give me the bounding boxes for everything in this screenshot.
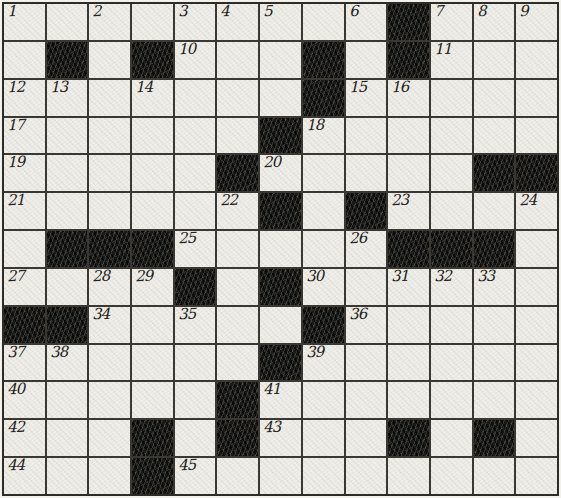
- grid-cell[interactable]: 18: [303, 118, 344, 154]
- grid-cell[interactable]: [346, 458, 387, 494]
- clue-number: 7: [434, 3, 443, 21]
- grid-cell[interactable]: [132, 382, 173, 418]
- grid-cell[interactable]: [388, 382, 429, 418]
- clue-number: 18: [306, 116, 324, 134]
- grid-cell[interactable]: 10: [175, 42, 216, 78]
- grid-cell[interactable]: [217, 231, 258, 267]
- grid-cell[interactable]: [431, 458, 472, 494]
- grid-cell[interactable]: [89, 155, 130, 191]
- black-cell: [260, 193, 301, 229]
- grid-cell[interactable]: [431, 193, 472, 229]
- grid-cell[interactable]: [346, 42, 387, 78]
- grid-cell[interactable]: 16: [388, 80, 429, 116]
- grid-cell[interactable]: 3: [175, 4, 216, 40]
- clue-number: 11: [434, 41, 452, 59]
- grid-cell[interactable]: [132, 193, 173, 229]
- grid-cell[interactable]: 43: [260, 420, 301, 456]
- grid-cell[interactable]: 24: [516, 193, 557, 229]
- grid-cell[interactable]: 42: [4, 420, 45, 456]
- clue-number: 38: [49, 343, 67, 361]
- grid-cell[interactable]: 40: [4, 382, 45, 418]
- black-cell: [89, 231, 130, 267]
- clue-number: 39: [306, 343, 324, 361]
- grid-cell[interactable]: 25: [175, 231, 216, 267]
- grid-cell[interactable]: 12: [4, 80, 45, 116]
- clue-number: 22: [220, 192, 238, 210]
- grid-cell[interactable]: [303, 193, 344, 229]
- grid-cell[interactable]: [4, 42, 45, 78]
- grid-cell[interactable]: [175, 80, 216, 116]
- grid-cell[interactable]: [474, 80, 515, 116]
- clue-number: 21: [7, 192, 25, 210]
- grid-cell[interactable]: 34: [89, 307, 130, 343]
- grid-cell[interactable]: [217, 345, 258, 381]
- black-cell: [4, 307, 45, 343]
- black-cell: [217, 420, 258, 456]
- grid-cell[interactable]: 4: [217, 4, 258, 40]
- black-cell: [346, 193, 387, 229]
- grid-cell[interactable]: 27: [4, 269, 45, 305]
- grid-cell[interactable]: 28: [89, 269, 130, 305]
- clue-number: 5: [263, 3, 272, 21]
- grid-cell[interactable]: 13: [47, 80, 88, 116]
- black-cell: [47, 231, 88, 267]
- grid-cell[interactable]: [303, 420, 344, 456]
- clue-number: 33: [476, 268, 494, 286]
- grid-cell[interactable]: [388, 345, 429, 381]
- grid-cell[interactable]: [516, 269, 557, 305]
- grid-cell[interactable]: [516, 420, 557, 456]
- clue-number: 37: [7, 343, 25, 361]
- grid-cell[interactable]: [89, 80, 130, 116]
- clue-number: 8: [476, 3, 485, 21]
- clue-number: 35: [177, 305, 195, 323]
- grid-cell[interactable]: [431, 345, 472, 381]
- grid-cell[interactable]: 2: [89, 4, 130, 40]
- grid-cell[interactable]: [132, 118, 173, 154]
- grid-cell[interactable]: 6: [346, 4, 387, 40]
- grid-cell[interactable]: [89, 42, 130, 78]
- black-cell: [132, 231, 173, 267]
- grid-cell[interactable]: [431, 382, 472, 418]
- grid-cell[interactable]: [346, 118, 387, 154]
- grid-cell[interactable]: [346, 155, 387, 191]
- clue-number: 27: [7, 268, 25, 286]
- clue-number: 43: [263, 419, 281, 437]
- grid-cell[interactable]: [346, 345, 387, 381]
- grid-cell[interactable]: 23: [388, 193, 429, 229]
- black-cell: [217, 155, 258, 191]
- grid-cell[interactable]: [175, 382, 216, 418]
- grid-cell[interactable]: [474, 118, 515, 154]
- grid-cell[interactable]: [132, 4, 173, 40]
- grid-cell[interactable]: 11: [431, 42, 472, 78]
- black-cell: [260, 118, 301, 154]
- grid-cell[interactable]: [388, 155, 429, 191]
- scanned-paper: 1234567891011121314151617181920212223242…: [0, 0, 561, 498]
- black-cell: [47, 307, 88, 343]
- clue-number: 34: [92, 305, 110, 323]
- black-cell: [388, 231, 429, 267]
- grid-cell[interactable]: [303, 382, 344, 418]
- grid-cell[interactable]: [175, 420, 216, 456]
- clue-number: 36: [348, 305, 366, 323]
- grid-cell[interactable]: [431, 80, 472, 116]
- grid-cell[interactable]: 38: [47, 345, 88, 381]
- grid-cell[interactable]: [474, 42, 515, 78]
- grid-cell[interactable]: 45: [175, 458, 216, 494]
- clue-number: 30: [306, 268, 324, 286]
- grid-cell[interactable]: [346, 382, 387, 418]
- black-cell: [132, 458, 173, 494]
- grid-cell[interactable]: [132, 307, 173, 343]
- clue-number: 41: [263, 381, 281, 399]
- clue-number: 25: [177, 230, 195, 248]
- grid-cell[interactable]: [303, 231, 344, 267]
- grid-cell[interactable]: 33: [474, 269, 515, 305]
- grid-cell[interactable]: 36: [346, 307, 387, 343]
- grid-cell[interactable]: [47, 269, 88, 305]
- black-cell: [474, 155, 515, 191]
- grid-cell[interactable]: [516, 231, 557, 267]
- black-cell: [474, 231, 515, 267]
- grid-cell[interactable]: [89, 458, 130, 494]
- grid-cell[interactable]: 14: [132, 80, 173, 116]
- grid-cell[interactable]: 41: [260, 382, 301, 418]
- grid-cell[interactable]: [175, 118, 216, 154]
- grid-cell[interactable]: 26: [346, 231, 387, 267]
- black-cell: [303, 80, 344, 116]
- grid-cell[interactable]: [346, 269, 387, 305]
- clue-number: 4: [220, 3, 229, 21]
- grid-cell[interactable]: [303, 458, 344, 494]
- grid-cell[interactable]: 35: [175, 307, 216, 343]
- grid-cell[interactable]: 1: [4, 4, 45, 40]
- grid-cell[interactable]: [4, 231, 45, 267]
- clue-number: 28: [92, 268, 110, 286]
- grid-cell[interactable]: [346, 420, 387, 456]
- grid-cell[interactable]: [217, 458, 258, 494]
- grid-cell[interactable]: 9: [516, 4, 557, 40]
- grid-cell[interactable]: [47, 458, 88, 494]
- grid-cell[interactable]: [260, 307, 301, 343]
- black-cell: [132, 42, 173, 78]
- black-cell: [303, 42, 344, 78]
- grid-cell[interactable]: [516, 307, 557, 343]
- clue-number: 14: [135, 78, 153, 96]
- grid-cell[interactable]: [47, 382, 88, 418]
- grid-cell[interactable]: [516, 458, 557, 494]
- grid-cell[interactable]: 44: [4, 458, 45, 494]
- black-cell: [132, 420, 173, 456]
- grid-cell[interactable]: 30: [303, 269, 344, 305]
- black-cell: [388, 42, 429, 78]
- grid-cell[interactable]: 15: [346, 80, 387, 116]
- grid-cell[interactable]: [47, 193, 88, 229]
- grid-cell[interactable]: 22: [217, 193, 258, 229]
- grid-cell[interactable]: [132, 345, 173, 381]
- clue-number: 17: [7, 116, 25, 134]
- clue-number: 6: [348, 3, 357, 21]
- clue-number: 9: [519, 3, 528, 21]
- grid-cell[interactable]: [516, 118, 557, 154]
- clue-number: 42: [7, 419, 25, 437]
- black-cell: [388, 4, 429, 40]
- grid-cell[interactable]: [260, 458, 301, 494]
- grid-cell[interactable]: [217, 80, 258, 116]
- grid-cell[interactable]: 8: [474, 4, 515, 40]
- clue-number: 2: [92, 3, 101, 21]
- grid-cell[interactable]: [260, 231, 301, 267]
- clue-number: 32: [434, 268, 452, 286]
- grid-cell[interactable]: [89, 193, 130, 229]
- grid-cell[interactable]: [47, 4, 88, 40]
- black-cell: [303, 307, 344, 343]
- grid-cell[interactable]: [516, 42, 557, 78]
- grid-cell[interactable]: [516, 80, 557, 116]
- grid-cell[interactable]: 32: [431, 269, 472, 305]
- clue-number: 24: [519, 192, 537, 210]
- clue-number: 20: [263, 154, 281, 172]
- clue-number: 40: [7, 381, 25, 399]
- grid-cell[interactable]: 17: [4, 118, 45, 154]
- grid-cell[interactable]: 39: [303, 345, 344, 381]
- clue-number: 29: [135, 268, 153, 286]
- grid-cell[interactable]: [431, 307, 472, 343]
- clue-number: 16: [391, 78, 409, 96]
- grid-cell[interactable]: [47, 118, 88, 154]
- grid-cell[interactable]: 5: [260, 4, 301, 40]
- grid-cell[interactable]: [175, 193, 216, 229]
- grid-cell[interactable]: [431, 155, 472, 191]
- grid-cell[interactable]: [388, 118, 429, 154]
- clue-number: 3: [177, 3, 186, 21]
- grid-cell[interactable]: 19: [4, 155, 45, 191]
- grid-cell[interactable]: 7: [431, 4, 472, 40]
- grid-cell[interactable]: [217, 118, 258, 154]
- black-cell: [260, 345, 301, 381]
- grid-cell[interactable]: [217, 307, 258, 343]
- grid-cell[interactable]: [516, 345, 557, 381]
- black-cell: [516, 155, 557, 191]
- clue-number: 13: [49, 78, 67, 96]
- grid-cell[interactable]: 20: [260, 155, 301, 191]
- grid-cell[interactable]: [47, 155, 88, 191]
- grid-cell[interactable]: [388, 307, 429, 343]
- grid-cell[interactable]: [89, 345, 130, 381]
- grid-cell[interactable]: [474, 193, 515, 229]
- grid-cell[interactable]: 37: [4, 345, 45, 381]
- grid-cell[interactable]: [474, 307, 515, 343]
- grid-cell[interactable]: [89, 118, 130, 154]
- clue-number: 19: [7, 154, 25, 172]
- grid-cell[interactable]: [260, 80, 301, 116]
- grid-cell[interactable]: [47, 420, 88, 456]
- clue-number: 31: [391, 268, 409, 286]
- grid-cell[interactable]: [388, 458, 429, 494]
- grid-cell[interactable]: [474, 345, 515, 381]
- grid-cell[interactable]: 31: [388, 269, 429, 305]
- grid-cell[interactable]: [431, 420, 472, 456]
- clue-number: 1: [7, 3, 16, 21]
- grid-cell[interactable]: [89, 382, 130, 418]
- grid-cell[interactable]: [217, 269, 258, 305]
- black-cell: [217, 382, 258, 418]
- clue-number: 23: [391, 192, 409, 210]
- clue-number: 26: [348, 230, 366, 248]
- clue-number: 15: [348, 78, 366, 96]
- grid-cell[interactable]: 29: [132, 269, 173, 305]
- black-cell: [175, 269, 216, 305]
- clue-number: 45: [177, 457, 195, 475]
- clue-number: 12: [7, 78, 25, 96]
- grid-cell[interactable]: [303, 4, 344, 40]
- clue-number: 44: [7, 457, 25, 475]
- grid-cell[interactable]: [260, 42, 301, 78]
- grid-cell[interactable]: [474, 382, 515, 418]
- grid-cell[interactable]: [431, 118, 472, 154]
- black-cell: [388, 420, 429, 456]
- grid-cell[interactable]: [474, 458, 515, 494]
- grid-cell[interactable]: [175, 345, 216, 381]
- grid-cell[interactable]: [132, 155, 173, 191]
- clue-number: 10: [177, 41, 195, 59]
- grid-cell[interactable]: [516, 382, 557, 418]
- black-cell: [47, 42, 88, 78]
- grid-cell[interactable]: [303, 155, 344, 191]
- grid-cell[interactable]: [89, 420, 130, 456]
- black-cell: [260, 269, 301, 305]
- crossword-grid: 1234567891011121314151617181920212223242…: [2, 2, 559, 496]
- grid-cell[interactable]: [217, 42, 258, 78]
- grid-cell[interactable]: [175, 155, 216, 191]
- grid-cell[interactable]: 21: [4, 193, 45, 229]
- black-cell: [474, 420, 515, 456]
- black-cell: [431, 231, 472, 267]
